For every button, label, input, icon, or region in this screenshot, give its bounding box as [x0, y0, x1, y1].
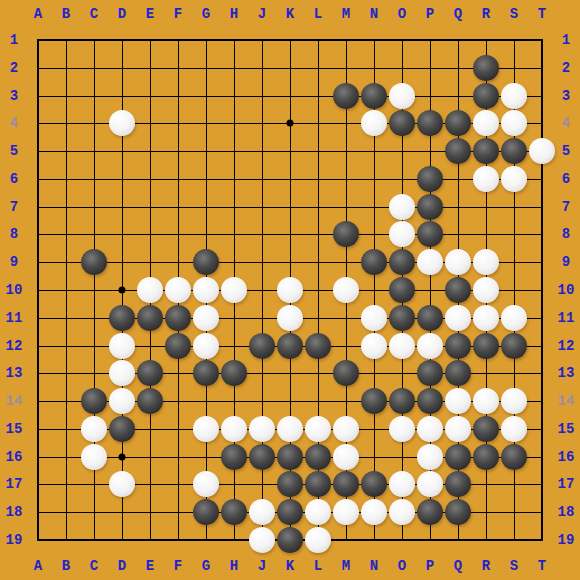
black-stone	[305, 444, 331, 470]
white-stone	[193, 305, 219, 331]
white-stone	[417, 416, 443, 442]
black-stone	[277, 471, 303, 497]
row-label-right: 4	[562, 116, 570, 130]
white-stone	[389, 83, 415, 109]
row-label-left: 14	[6, 394, 23, 408]
black-stone	[333, 221, 359, 247]
white-stone	[221, 416, 247, 442]
column-label-bottom: D	[118, 559, 126, 573]
white-stone	[109, 333, 135, 359]
row-label-right: 6	[562, 172, 570, 186]
column-label-bottom: S	[510, 559, 518, 573]
row-label-left: 19	[6, 533, 23, 547]
black-stone	[305, 333, 331, 359]
white-stone	[417, 333, 443, 359]
row-label-right: 14	[558, 394, 575, 408]
white-stone	[445, 305, 471, 331]
white-stone	[109, 360, 135, 386]
white-stone	[305, 416, 331, 442]
column-label-top: G	[202, 7, 210, 21]
black-stone	[333, 360, 359, 386]
white-stone	[137, 277, 163, 303]
row-label-right: 7	[562, 200, 570, 214]
column-label-top: M	[342, 7, 350, 21]
black-stone	[109, 305, 135, 331]
black-stone	[389, 249, 415, 275]
black-stone	[249, 333, 275, 359]
row-label-left: 12	[6, 339, 23, 353]
black-stone	[389, 305, 415, 331]
black-stone	[277, 499, 303, 525]
white-stone	[333, 444, 359, 470]
white-stone	[501, 166, 527, 192]
black-stone	[445, 471, 471, 497]
column-label-bottom: M	[342, 559, 350, 573]
black-stone	[221, 499, 247, 525]
white-stone	[333, 277, 359, 303]
row-label-right: 19	[558, 533, 575, 547]
column-label-bottom: J	[258, 559, 266, 573]
column-label-bottom: H	[230, 559, 238, 573]
white-stone	[193, 416, 219, 442]
column-label-top: F	[174, 7, 182, 21]
white-stone	[109, 110, 135, 136]
column-label-bottom: B	[62, 559, 70, 573]
black-stone	[445, 499, 471, 525]
column-label-bottom: C	[90, 559, 98, 573]
black-stone	[305, 471, 331, 497]
row-label-right: 2	[562, 61, 570, 75]
star-point	[119, 287, 126, 294]
white-stone	[249, 416, 275, 442]
white-stone	[361, 305, 387, 331]
row-label-right: 8	[562, 227, 570, 241]
white-stone	[501, 83, 527, 109]
white-stone	[473, 249, 499, 275]
column-label-top: S	[510, 7, 518, 21]
black-stone	[473, 333, 499, 359]
row-label-left: 9	[10, 255, 18, 269]
row-label-right: 1	[562, 33, 570, 47]
white-stone	[529, 138, 555, 164]
row-label-right: 3	[562, 89, 570, 103]
row-label-right: 17	[558, 477, 575, 491]
white-stone	[445, 249, 471, 275]
go-board[interactable]: AABBCCDDEEFFGGHHJJKKLLMMNNOOPPQQRRSSTT11…	[0, 0, 580, 580]
white-stone	[501, 388, 527, 414]
column-label-top: E	[146, 7, 154, 21]
row-label-right: 15	[558, 422, 575, 436]
white-stone	[109, 388, 135, 414]
row-label-right: 12	[558, 339, 575, 353]
white-stone	[501, 416, 527, 442]
row-label-left: 4	[10, 116, 18, 130]
black-stone	[417, 166, 443, 192]
row-label-right: 13	[558, 366, 575, 380]
black-stone	[501, 444, 527, 470]
black-stone	[417, 499, 443, 525]
row-label-left: 17	[6, 477, 23, 491]
row-label-left: 11	[6, 311, 23, 325]
row-label-right: 18	[558, 505, 575, 519]
white-stone	[305, 499, 331, 525]
white-stone	[389, 194, 415, 220]
column-label-bottom: P	[426, 559, 434, 573]
black-stone	[361, 388, 387, 414]
row-label-left: 6	[10, 172, 18, 186]
black-stone	[361, 83, 387, 109]
black-stone	[277, 444, 303, 470]
column-label-bottom: R	[482, 559, 490, 573]
black-stone	[389, 388, 415, 414]
white-stone	[389, 499, 415, 525]
white-stone	[445, 388, 471, 414]
column-label-top: P	[426, 7, 434, 21]
white-stone	[389, 416, 415, 442]
white-stone	[361, 110, 387, 136]
black-stone	[221, 360, 247, 386]
black-stone	[417, 221, 443, 247]
black-stone	[137, 388, 163, 414]
column-label-top: C	[90, 7, 98, 21]
white-stone	[277, 277, 303, 303]
row-label-right: 5	[562, 144, 570, 158]
white-stone	[417, 471, 443, 497]
white-stone	[473, 388, 499, 414]
black-stone	[361, 249, 387, 275]
column-label-top: B	[62, 7, 70, 21]
black-stone	[473, 83, 499, 109]
column-label-bottom: T	[538, 559, 546, 573]
black-stone	[249, 444, 275, 470]
white-stone	[501, 110, 527, 136]
black-stone	[277, 333, 303, 359]
black-stone	[445, 277, 471, 303]
white-stone	[445, 416, 471, 442]
black-stone	[501, 138, 527, 164]
white-stone	[333, 416, 359, 442]
black-stone	[445, 138, 471, 164]
white-stone	[277, 416, 303, 442]
black-stone	[445, 110, 471, 136]
column-label-top: D	[118, 7, 126, 21]
white-stone	[389, 333, 415, 359]
black-stone	[445, 444, 471, 470]
white-stone	[277, 305, 303, 331]
white-stone	[193, 471, 219, 497]
black-stone	[81, 388, 107, 414]
white-stone	[473, 166, 499, 192]
white-stone	[165, 277, 191, 303]
black-stone	[193, 360, 219, 386]
black-stone	[165, 333, 191, 359]
black-stone	[333, 471, 359, 497]
black-stone	[193, 249, 219, 275]
black-stone	[445, 333, 471, 359]
black-stone	[417, 360, 443, 386]
row-label-right: 10	[558, 283, 575, 297]
black-stone	[193, 499, 219, 525]
white-stone	[361, 333, 387, 359]
black-stone	[445, 360, 471, 386]
white-stone	[501, 305, 527, 331]
row-label-left: 16	[6, 450, 23, 464]
black-stone	[361, 471, 387, 497]
column-label-top: K	[286, 7, 294, 21]
row-label-left: 8	[10, 227, 18, 241]
column-label-bottom: L	[314, 559, 322, 573]
black-stone	[221, 444, 247, 470]
black-stone	[417, 110, 443, 136]
white-stone	[333, 499, 359, 525]
column-label-top: N	[370, 7, 378, 21]
white-stone	[249, 527, 275, 553]
row-label-left: 15	[6, 422, 23, 436]
column-label-top: J	[258, 7, 266, 21]
black-stone	[277, 527, 303, 553]
row-label-left: 1	[10, 33, 18, 47]
column-label-bottom: A	[34, 559, 42, 573]
row-label-left: 13	[6, 366, 23, 380]
black-stone	[417, 388, 443, 414]
column-label-top: Q	[454, 7, 462, 21]
column-label-top: H	[230, 7, 238, 21]
black-stone	[501, 333, 527, 359]
white-stone	[417, 249, 443, 275]
column-label-bottom: N	[370, 559, 378, 573]
white-stone	[249, 499, 275, 525]
white-stone	[389, 471, 415, 497]
column-label-top: T	[538, 7, 546, 21]
black-stone	[389, 277, 415, 303]
row-label-left: 5	[10, 144, 18, 158]
black-stone	[333, 83, 359, 109]
black-stone	[137, 360, 163, 386]
white-stone	[193, 333, 219, 359]
black-stone	[473, 444, 499, 470]
white-stone	[361, 499, 387, 525]
column-label-bottom: O	[398, 559, 406, 573]
white-stone	[81, 444, 107, 470]
white-stone	[109, 471, 135, 497]
column-label-bottom: Q	[454, 559, 462, 573]
row-label-right: 11	[558, 311, 575, 325]
black-stone	[137, 305, 163, 331]
black-stone	[417, 194, 443, 220]
column-label-bottom: K	[286, 559, 294, 573]
row-label-left: 3	[10, 89, 18, 103]
row-label-left: 18	[6, 505, 23, 519]
star-point	[287, 120, 294, 127]
row-label-right: 9	[562, 255, 570, 269]
black-stone	[109, 416, 135, 442]
star-point	[119, 454, 126, 461]
column-label-bottom: F	[174, 559, 182, 573]
row-label-left: 7	[10, 200, 18, 214]
white-stone	[417, 444, 443, 470]
black-stone	[389, 110, 415, 136]
black-stone	[473, 55, 499, 81]
column-label-top: R	[482, 7, 490, 21]
row-label-right: 16	[558, 450, 575, 464]
black-stone	[473, 416, 499, 442]
white-stone	[473, 110, 499, 136]
column-label-bottom: E	[146, 559, 154, 573]
column-label-bottom: G	[202, 559, 210, 573]
row-label-left: 10	[6, 283, 23, 297]
black-stone	[81, 249, 107, 275]
white-stone	[81, 416, 107, 442]
black-stone	[417, 305, 443, 331]
white-stone	[193, 277, 219, 303]
white-stone	[221, 277, 247, 303]
column-label-top: A	[34, 7, 42, 21]
black-stone	[473, 138, 499, 164]
black-stone	[165, 305, 191, 331]
column-label-top: O	[398, 7, 406, 21]
column-label-top: L	[314, 7, 322, 21]
white-stone	[305, 527, 331, 553]
white-stone	[473, 305, 499, 331]
white-stone	[389, 221, 415, 247]
white-stone	[473, 277, 499, 303]
row-label-left: 2	[10, 61, 18, 75]
